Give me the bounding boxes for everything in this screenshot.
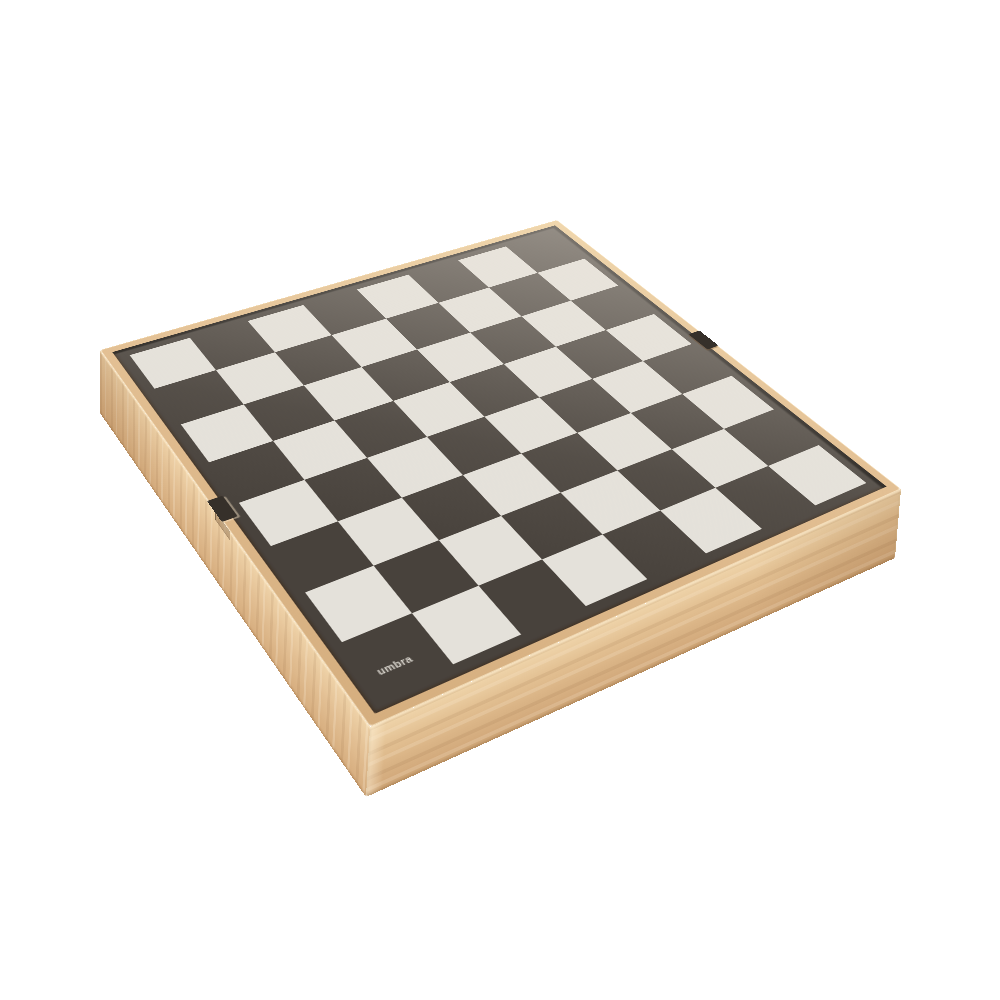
board-surface: umbra [112, 225, 886, 713]
box-top-face: umbra [100, 220, 901, 727]
checkerboard [130, 233, 867, 696]
product-photo-stage: umbra [0, 0, 1000, 1000]
